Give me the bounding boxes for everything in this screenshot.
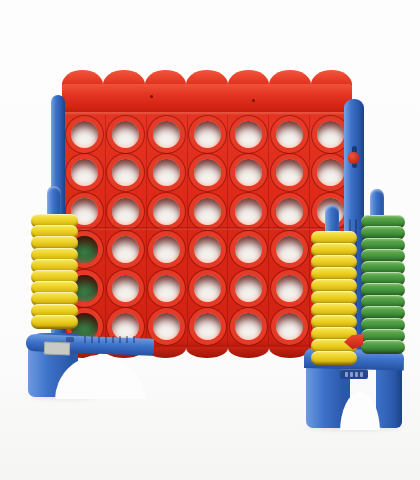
slot-col6-row3 [268, 192, 309, 231]
green-disc[interactable] [361, 340, 405, 354]
hole-empty [235, 275, 262, 302]
slot-col4-row4 [187, 231, 228, 270]
slot-col3-row4 [146, 231, 187, 270]
scallop-bump [186, 347, 227, 358]
slot-col5-row5 [227, 269, 268, 308]
slot-col5-row4 [227, 231, 268, 270]
slot-col3-row2 [146, 154, 187, 193]
hole-empty [194, 275, 221, 302]
leg-left-stud [66, 337, 74, 342]
top-rail [62, 84, 352, 115]
yellow-disc[interactable] [31, 315, 78, 329]
game-board [62, 112, 352, 348]
slot-col2-row4 [105, 231, 146, 270]
hole-empty [194, 236, 221, 263]
hole-empty [153, 159, 180, 186]
hole-empty [194, 159, 221, 186]
disc-release-knob[interactable] [348, 152, 359, 164]
discs [31, 214, 78, 329]
slot-col4-row6 [187, 308, 228, 347]
hole-empty [317, 159, 344, 186]
hole-empty [194, 313, 221, 340]
slot-col2-row5 [105, 269, 146, 308]
hole-empty [112, 275, 139, 302]
slot-col6-row1 [268, 115, 309, 154]
slot-col6-row2 [268, 154, 309, 193]
hole-empty [153, 275, 180, 302]
hole-empty [194, 198, 221, 225]
hole-empty [276, 198, 303, 225]
rail-pinhole [150, 95, 153, 98]
hole-empty [112, 236, 139, 263]
slot-col3-row3 [146, 192, 187, 231]
slot-col2-row2 [105, 154, 146, 193]
slot-col1-row2 [64, 154, 105, 193]
hole-empty [153, 198, 180, 225]
leg-left-sticker [44, 342, 70, 356]
hole-empty [112, 121, 139, 148]
slot-col6-row6 [268, 308, 309, 347]
slot-col4-row5 [187, 269, 228, 308]
hole-empty [276, 236, 303, 263]
hole-empty [153, 313, 180, 340]
hole-empty [71, 159, 98, 186]
rail-pinhole [252, 99, 255, 102]
slot-col2-row1 [105, 115, 146, 154]
slot-col4-row3 [187, 192, 228, 231]
leg-left-molded-ribs [84, 336, 136, 343]
discs [361, 215, 405, 354]
hole-empty [153, 236, 180, 263]
slot-col4-row2 [187, 154, 228, 193]
slot-col5-row3 [227, 192, 268, 231]
hole-empty [235, 121, 262, 148]
slot-col5-row6 [227, 308, 268, 347]
hole-empty [276, 275, 303, 302]
hole-empty [276, 313, 303, 340]
slot-grid [64, 115, 350, 346]
hole-empty [235, 198, 262, 225]
slot-col3-row1 [146, 115, 187, 154]
embossed-logo-plate [340, 369, 368, 379]
hole-empty [112, 159, 139, 186]
hole-empty [317, 121, 344, 148]
slot-col5-row2 [227, 154, 268, 193]
slot-col6-row4 [268, 231, 309, 270]
hole-empty [276, 121, 303, 148]
slot-col3-row5 [146, 269, 187, 308]
yellow-disc[interactable] [311, 351, 357, 365]
hole-empty [153, 121, 180, 148]
slot-col4-row1 [187, 115, 228, 154]
hole-empty [235, 159, 262, 186]
hole-empty [235, 313, 262, 340]
hole-empty [235, 236, 262, 263]
scallop-bump [228, 347, 269, 358]
product-photo-giant-connect-four [0, 0, 420, 480]
board-mid-seam [62, 227, 352, 230]
hole-empty [71, 121, 98, 148]
slot-col5-row1 [227, 115, 268, 154]
hole-empty [194, 121, 221, 148]
leg-left [26, 325, 154, 399]
hole-empty [276, 159, 303, 186]
hole-empty [112, 198, 139, 225]
slot-col1-row1 [64, 115, 105, 154]
slot-col2-row3 [105, 192, 146, 231]
slot-col6-row5 [268, 269, 309, 308]
